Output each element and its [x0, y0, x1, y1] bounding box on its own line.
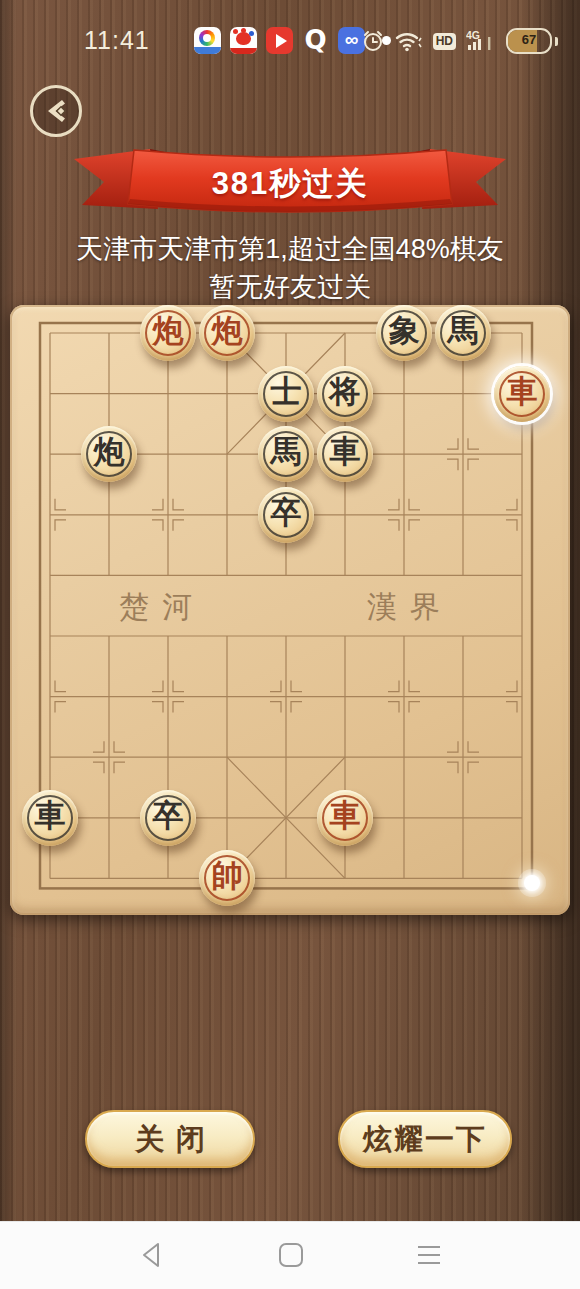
back-arrow-icon [41, 96, 73, 128]
ranking-line2: 暂无好友过关 [0, 268, 580, 306]
battery-cap [555, 37, 558, 46]
clock-time: 11:41 [84, 26, 150, 55]
piece-red-cannon[interactable]: 炮 [140, 305, 196, 361]
piece-black-horse[interactable]: 馬 [435, 305, 491, 361]
close-button[interactable]: 关闭 [85, 1110, 255, 1168]
piece-black-elephant[interactable]: 象 [376, 305, 432, 361]
nav-back-icon[interactable] [138, 1240, 164, 1270]
ranking-text: 天津市天津市第1,超过全国48%棋友 暂无好友过关 [0, 230, 580, 306]
piece-glyph: 象 [376, 310, 432, 352]
hd-badge: HD [433, 33, 456, 50]
piece-glyph: 炮 [81, 432, 137, 474]
piece-glyph: 馬 [435, 310, 491, 352]
piece-glyph: 士 [258, 371, 314, 413]
piece-glyph: 卒 [258, 492, 314, 534]
piece-red-chariot[interactable]: 車 [317, 790, 373, 846]
status-bar: 11:41 Q ∞ HD 4G 67 [0, 0, 580, 62]
piece-glyph: 卒 [140, 795, 196, 837]
signal-4g-icon: 4G [466, 29, 496, 53]
piece-glyph: 車 [317, 432, 373, 474]
river-label-left: 楚河 [119, 590, 205, 623]
xiangqi-board[interactable]: 楚河漢界 炮炮象馬士将車炮馬車卒車卒車帥 [10, 305, 570, 915]
piece-black-horse[interactable]: 馬 [258, 426, 314, 482]
app-icon-colorful-ring [194, 27, 221, 54]
piece-black-chariot[interactable]: 車 [317, 426, 373, 482]
piece-black-cannon[interactable]: 炮 [81, 426, 137, 482]
piece-red-chariot[interactable]: 車 [494, 366, 550, 422]
svg-text:4G: 4G [466, 29, 480, 41]
piece-black-soldier[interactable]: 卒 [140, 790, 196, 846]
piece-glyph: 将 [317, 371, 373, 413]
river-label-right: 漢界 [367, 590, 453, 623]
screen: { "game": "xiangqi", "status_bar": { "ti… [0, 0, 580, 1289]
nav-menu-icon[interactable] [416, 1240, 442, 1270]
piece-red-general[interactable]: 帥 [199, 850, 255, 906]
achievement-ribbon: 381秒过关 [70, 143, 510, 223]
piece-glyph: 炮 [199, 310, 255, 352]
status-right-icons: HD 4G 67 [361, 27, 558, 55]
achievement-title: 381秒过关 [70, 163, 510, 205]
piece-glyph: 馬 [258, 432, 314, 474]
battery-percent: 67 [508, 32, 550, 47]
wifi-icon [395, 29, 423, 53]
piece-glyph: 車 [494, 371, 550, 413]
piece-red-cannon[interactable]: 炮 [199, 305, 255, 361]
android-nav-bar [0, 1221, 580, 1289]
brag-button[interactable]: 炫耀一下 [338, 1110, 512, 1168]
battery-icon: 67 [506, 28, 552, 54]
nav-home-icon[interactable] [278, 1240, 304, 1270]
app-icon-q: Q [302, 27, 329, 54]
piece-black-soldier[interactable]: 卒 [258, 487, 314, 543]
piece-glyph: 車 [317, 795, 373, 837]
piece-black-general[interactable]: 将 [317, 366, 373, 422]
app-icon-baidu-paw [230, 27, 257, 54]
alarm-icon [361, 29, 385, 53]
ranking-line1: 天津市天津市第1,超过全国48%棋友 [0, 230, 580, 268]
piece-glyph: 車 [22, 795, 78, 837]
back-button[interactable] [30, 85, 82, 137]
sparkle-dot [524, 875, 540, 891]
app-icon-video-play [266, 27, 293, 54]
piece-glyph: 帥 [199, 856, 255, 898]
piece-black-chariot[interactable]: 車 [22, 790, 78, 846]
piece-glyph: 炮 [140, 310, 196, 352]
piece-black-advisor[interactable]: 士 [258, 366, 314, 422]
